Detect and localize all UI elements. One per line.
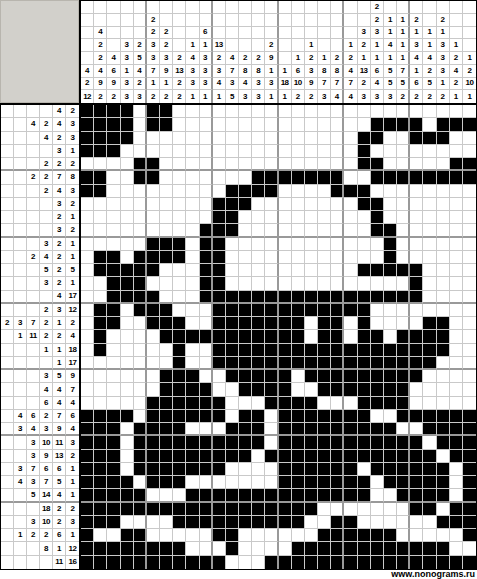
grid-cell[interactable] <box>410 489 423 502</box>
grid-cell[interactable] <box>213 463 226 476</box>
column-clue-cell[interactable]: 12 <box>81 90 94 103</box>
row-clue-cell[interactable]: 13 <box>53 450 66 463</box>
column-clue-cell[interactable] <box>318 39 331 52</box>
grid-cell[interactable] <box>305 516 318 529</box>
grid-cell[interactable] <box>305 277 318 290</box>
grid-cell[interactable] <box>134 357 147 370</box>
grid-cell[interactable] <box>450 542 463 555</box>
row-clue-cell[interactable]: 4 <box>27 118 40 131</box>
grid-cell[interactable] <box>107 450 120 463</box>
grid-cell[interactable] <box>265 277 278 290</box>
column-clue-cell[interactable]: 1 <box>265 65 278 78</box>
grid-cell[interactable] <box>94 330 107 343</box>
row-clue-cell[interactable]: 11 <box>53 556 66 569</box>
grid-cell[interactable] <box>331 264 344 277</box>
grid-cell[interactable] <box>213 529 226 542</box>
grid-cell[interactable] <box>94 397 107 410</box>
column-clue-cell[interactable]: 3 <box>305 65 318 78</box>
grid-cell[interactable] <box>437 344 450 357</box>
grid-cell[interactable] <box>147 397 160 410</box>
grid-cell[interactable] <box>318 423 331 436</box>
grid-cell[interactable] <box>463 171 476 184</box>
grid-cell[interactable] <box>397 185 410 198</box>
grid-cell[interactable] <box>186 264 199 277</box>
grid-cell[interactable] <box>265 542 278 555</box>
grid-cell[interactable] <box>279 397 292 410</box>
column-clue-cell[interactable] <box>173 27 186 40</box>
row-clue-cell[interactable] <box>27 370 40 383</box>
grid-cell[interactable] <box>239 211 252 224</box>
grid-cell[interactable] <box>279 317 292 330</box>
grid-cell[interactable] <box>81 357 94 370</box>
grid-cell[interactable] <box>239 450 252 463</box>
grid-cell[interactable] <box>252 410 265 423</box>
grid-cell[interactable] <box>331 145 344 158</box>
grid-cell[interactable] <box>358 397 371 410</box>
row-clue-cell[interactable]: 5 <box>40 264 53 277</box>
grid-cell[interactable] <box>305 436 318 449</box>
grid-cell[interactable] <box>344 542 357 555</box>
grid-cell[interactable] <box>397 423 410 436</box>
row-clue-cell[interactable] <box>14 291 27 304</box>
grid-cell[interactable] <box>107 463 120 476</box>
grid-cell[interactable] <box>331 436 344 449</box>
grid-cell[interactable] <box>305 450 318 463</box>
column-clue-cell[interactable] <box>305 14 318 27</box>
grid-cell[interactable] <box>358 463 371 476</box>
column-clue-cell[interactable] <box>318 27 331 40</box>
row-clue-cell[interactable]: 7 <box>53 410 66 423</box>
grid-cell[interactable] <box>344 291 357 304</box>
column-clue-cell[interactable] <box>121 27 134 40</box>
column-clue-cell[interactable] <box>81 27 94 40</box>
grid-cell[interactable] <box>423 118 436 131</box>
grid-cell[interactable] <box>173 489 186 502</box>
column-clue-cell[interactable] <box>279 1 292 14</box>
grid-cell[interactable] <box>318 516 331 529</box>
grid-cell[interactable] <box>450 145 463 158</box>
grid-cell[interactable] <box>397 410 410 423</box>
grid-cell[interactable] <box>121 251 134 264</box>
row-clue-cell[interactable] <box>1 224 14 237</box>
grid-cell[interactable] <box>160 171 173 184</box>
grid-cell[interactable] <box>331 410 344 423</box>
grid-cell[interactable] <box>200 436 213 449</box>
grid-cell[interactable] <box>450 383 463 396</box>
grid-cell[interactable] <box>81 304 94 317</box>
column-clue-cell[interactable]: 8 <box>239 65 252 78</box>
row-clue-cell[interactable] <box>1 503 14 516</box>
grid-cell[interactable] <box>252 370 265 383</box>
row-clue-cell[interactable]: 12 <box>66 542 79 555</box>
column-clue-cell[interactable]: 2 <box>450 78 463 91</box>
column-clue-cell[interactable]: 2 <box>107 90 120 103</box>
row-clue-cell[interactable]: 2 <box>66 503 79 516</box>
grid-cell[interactable] <box>226 542 239 555</box>
row-clue-cell[interactable] <box>1 105 14 118</box>
grid-cell[interactable] <box>450 463 463 476</box>
grid-cell[interactable] <box>265 556 278 569</box>
grid-cell[interactable] <box>358 118 371 131</box>
grid-cell[interactable] <box>305 397 318 410</box>
grid-cell[interactable] <box>239 105 252 118</box>
column-clue-cell[interactable]: 2 <box>94 39 107 52</box>
grid-cell[interactable] <box>397 556 410 569</box>
grid-cell[interactable] <box>147 238 160 251</box>
grid-cell[interactable] <box>279 383 292 396</box>
grid-cell[interactable] <box>397 516 410 529</box>
grid-cell[interactable] <box>305 238 318 251</box>
grid-cell[interactable] <box>121 145 134 158</box>
grid-cell[interactable] <box>265 304 278 317</box>
grid-cell[interactable] <box>410 185 423 198</box>
grid-cell[interactable] <box>450 251 463 264</box>
grid-cell[interactable] <box>463 264 476 277</box>
grid-cell[interactable] <box>173 145 186 158</box>
grid-cell[interactable] <box>239 238 252 251</box>
row-clue-cell[interactable]: 3 <box>40 370 53 383</box>
row-clue-cell[interactable] <box>1 542 14 555</box>
row-clue-cell[interactable] <box>27 224 40 237</box>
grid-cell[interactable] <box>384 304 397 317</box>
grid-cell[interactable] <box>384 118 397 131</box>
row-clue-cell[interactable] <box>27 556 40 569</box>
grid-cell[interactable] <box>371 503 384 516</box>
grid-cell[interactable] <box>173 118 186 131</box>
column-clue-cell[interactable]: 8 <box>331 65 344 78</box>
grid-cell[interactable] <box>292 529 305 542</box>
grid-cell[interactable] <box>213 277 226 290</box>
grid-cell[interactable] <box>318 291 331 304</box>
grid-cell[interactable] <box>279 211 292 224</box>
grid-cell[interactable] <box>318 185 331 198</box>
column-clue-cell[interactable]: 2 <box>358 39 371 52</box>
grid-cell[interactable] <box>450 185 463 198</box>
grid-cell[interactable] <box>94 251 107 264</box>
grid-cell[interactable] <box>344 118 357 131</box>
grid-cell[interactable] <box>107 304 120 317</box>
grid-cell[interactable] <box>305 251 318 264</box>
grid-cell[interactable] <box>147 556 160 569</box>
grid-cell[interactable] <box>410 370 423 383</box>
grid-cell[interactable] <box>358 304 371 317</box>
grid-cell[interactable] <box>81 118 94 131</box>
row-clue-cell[interactable] <box>14 171 27 184</box>
column-clue-cell[interactable] <box>239 39 252 52</box>
grid-cell[interactable] <box>279 251 292 264</box>
grid-cell[interactable] <box>423 463 436 476</box>
grid-cell[interactable] <box>358 330 371 343</box>
row-clue-cell[interactable] <box>1 291 14 304</box>
grid-cell[interactable] <box>423 489 436 502</box>
grid-cell[interactable] <box>94 489 107 502</box>
column-clue-cell[interactable]: 1 <box>186 90 199 103</box>
row-clue-cell[interactable]: 18 <box>40 503 53 516</box>
column-clue-cell[interactable] <box>318 1 331 14</box>
column-clue-cell[interactable] <box>173 14 186 27</box>
row-clue-cell[interactable] <box>1 397 14 410</box>
grid-cell[interactable] <box>147 370 160 383</box>
column-clue-cell[interactable]: 6 <box>107 65 120 78</box>
grid-cell[interactable] <box>331 357 344 370</box>
grid-cell[interactable] <box>107 489 120 502</box>
grid-cell[interactable] <box>331 132 344 145</box>
grid-cell[interactable] <box>292 171 305 184</box>
grid-cell[interactable] <box>292 291 305 304</box>
grid-cell[interactable] <box>437 171 450 184</box>
column-clue-cell[interactable] <box>107 14 120 27</box>
row-clue-cell[interactable] <box>14 370 27 383</box>
grid-cell[interactable] <box>121 436 134 449</box>
column-clue-cell[interactable] <box>186 14 199 27</box>
grid-cell[interactable] <box>121 503 134 516</box>
grid-cell[interactable] <box>252 383 265 396</box>
grid-cell[interactable] <box>134 344 147 357</box>
grid-cell[interactable] <box>397 158 410 171</box>
grid-cell[interactable] <box>279 105 292 118</box>
grid-cell[interactable] <box>173 291 186 304</box>
grid-cell[interactable] <box>200 264 213 277</box>
grid-cell[interactable] <box>134 542 147 555</box>
row-clue-cell[interactable]: 3 <box>14 423 27 436</box>
column-clue-cell[interactable]: 1 <box>384 14 397 27</box>
grid-cell[interactable] <box>358 145 371 158</box>
grid-cell[interactable] <box>186 185 199 198</box>
grid-cell[interactable] <box>252 516 265 529</box>
row-clue-cell[interactable]: 4 <box>66 397 79 410</box>
grid-cell[interactable] <box>423 317 436 330</box>
grid-cell[interactable] <box>292 105 305 118</box>
grid-cell[interactable] <box>292 132 305 145</box>
grid-cell[interactable] <box>344 330 357 343</box>
grid-cell[interactable] <box>213 304 226 317</box>
grid-cell[interactable] <box>371 516 384 529</box>
grid-cell[interactable] <box>331 330 344 343</box>
grid-cell[interactable] <box>252 489 265 502</box>
row-clue-cell[interactable]: 2 <box>40 185 53 198</box>
row-clue-cell[interactable]: 2 <box>40 304 53 317</box>
column-clue-cell[interactable] <box>107 39 120 52</box>
grid-cell[interactable] <box>160 357 173 370</box>
column-clue-cell[interactable]: 4 <box>331 90 344 103</box>
grid-cell[interactable] <box>160 489 173 502</box>
column-clue-cell[interactable]: 18 <box>279 78 292 91</box>
grid-cell[interactable] <box>252 277 265 290</box>
grid-cell[interactable] <box>94 344 107 357</box>
grid-cell[interactable] <box>384 317 397 330</box>
grid-cell[interactable] <box>279 224 292 237</box>
grid-cell[interactable] <box>397 357 410 370</box>
column-clue-cell[interactable] <box>107 1 120 14</box>
row-clue-cell[interactable]: 3 <box>27 436 40 449</box>
column-clue-cell[interactable]: 4 <box>94 65 107 78</box>
column-clue-cell[interactable] <box>173 1 186 14</box>
grid-cell[interactable] <box>239 436 252 449</box>
grid-cell[interactable] <box>107 185 120 198</box>
row-clue-cell[interactable]: 4 <box>53 291 66 304</box>
grid-cell[interactable] <box>437 542 450 555</box>
grid-cell[interactable] <box>437 423 450 436</box>
grid-cell[interactable] <box>331 489 344 502</box>
column-clue-cell[interactable]: 4 <box>94 27 107 40</box>
grid-cell[interactable] <box>292 344 305 357</box>
grid-cell[interactable] <box>121 277 134 290</box>
grid-cell[interactable] <box>81 370 94 383</box>
grid-cell[interactable] <box>371 410 384 423</box>
grid-cell[interactable] <box>305 145 318 158</box>
grid-cell[interactable] <box>200 224 213 237</box>
grid-cell[interactable] <box>318 211 331 224</box>
grid-cell[interactable] <box>331 251 344 264</box>
grid-cell[interactable] <box>226 185 239 198</box>
grid-cell[interactable] <box>252 224 265 237</box>
column-clue-cell[interactable]: 2 <box>410 90 423 103</box>
column-clue-cell[interactable] <box>213 27 226 40</box>
column-clue-cell[interactable] <box>318 14 331 27</box>
column-clue-cell[interactable]: 1 <box>450 90 463 103</box>
column-clue-cell[interactable]: 7 <box>397 65 410 78</box>
grid-cell[interactable] <box>81 158 94 171</box>
grid-cell[interactable] <box>437 357 450 370</box>
column-clue-cell[interactable]: 6 <box>292 65 305 78</box>
column-clue-cell[interactable] <box>450 1 463 14</box>
column-clue-cell[interactable]: 3 <box>134 90 147 103</box>
row-clue-cell[interactable]: 1 <box>53 317 66 330</box>
grid-cell[interactable] <box>239 198 252 211</box>
grid-cell[interactable] <box>410 450 423 463</box>
grid-cell[interactable] <box>450 118 463 131</box>
grid-cell[interactable] <box>147 304 160 317</box>
row-clue-cell[interactable]: 2 <box>40 118 53 131</box>
column-clue-cell[interactable] <box>331 39 344 52</box>
grid-cell[interactable] <box>450 489 463 502</box>
column-clue-cell[interactable] <box>305 1 318 14</box>
grid-cell[interactable] <box>200 370 213 383</box>
grid-cell[interactable] <box>252 317 265 330</box>
grid-cell[interactable] <box>318 503 331 516</box>
grid-cell[interactable] <box>121 344 134 357</box>
column-clue-cell[interactable]: 1 <box>463 52 476 65</box>
grid-cell[interactable] <box>121 291 134 304</box>
grid-cell[interactable] <box>213 330 226 343</box>
column-clue-cell[interactable] <box>160 1 173 14</box>
grid-cell[interactable] <box>147 224 160 237</box>
grid-cell[interactable] <box>463 436 476 449</box>
row-clue-cell[interactable]: 14 <box>40 489 53 502</box>
grid-cell[interactable] <box>410 105 423 118</box>
grid-cell[interactable] <box>318 436 331 449</box>
grid-cell[interactable] <box>397 264 410 277</box>
grid-cell[interactable] <box>292 516 305 529</box>
grid-cell[interactable] <box>134 436 147 449</box>
row-clue-cell[interactable]: 6 <box>53 463 66 476</box>
grid-cell[interactable] <box>160 291 173 304</box>
grid-cell[interactable] <box>226 397 239 410</box>
grid-cell[interactable] <box>437 370 450 383</box>
column-clue-cell[interactable] <box>344 14 357 27</box>
row-clue-cell[interactable] <box>1 436 14 449</box>
grid-cell[interactable] <box>397 317 410 330</box>
row-clue-cell[interactable] <box>1 489 14 502</box>
grid-cell[interactable] <box>147 450 160 463</box>
column-clue-cell[interactable]: 2 <box>134 78 147 91</box>
grid-cell[interactable] <box>305 476 318 489</box>
grid-cell[interactable] <box>292 264 305 277</box>
row-clue-cell[interactable] <box>27 198 40 211</box>
column-clue-cell[interactable]: 2 <box>94 52 107 65</box>
column-clue-cell[interactable]: 8 <box>252 65 265 78</box>
grid-cell[interactable] <box>265 397 278 410</box>
grid-cell[interactable] <box>226 516 239 529</box>
grid-cell[interactable] <box>200 503 213 516</box>
grid-cell[interactable] <box>344 171 357 184</box>
grid-cell[interactable] <box>252 105 265 118</box>
grid-cell[interactable] <box>331 118 344 131</box>
row-clue-cell[interactable] <box>1 410 14 423</box>
column-clue-cell[interactable] <box>252 14 265 27</box>
grid-cell[interactable] <box>331 185 344 198</box>
row-clue-cell[interactable]: 2 <box>66 105 79 118</box>
column-clue-cell[interactable]: 3 <box>318 90 331 103</box>
grid-cell[interactable] <box>134 224 147 237</box>
grid-cell[interactable] <box>265 410 278 423</box>
row-clue-cell[interactable] <box>1 171 14 184</box>
column-clue-cell[interactable]: 1 <box>463 90 476 103</box>
grid-cell[interactable] <box>344 317 357 330</box>
grid-cell[interactable] <box>265 330 278 343</box>
grid-cell[interactable] <box>252 132 265 145</box>
grid-cell[interactable] <box>160 529 173 542</box>
row-clue-cell[interactable] <box>40 357 53 370</box>
column-clue-cell[interactable]: 2 <box>147 27 160 40</box>
column-clue-cell[interactable] <box>279 52 292 65</box>
grid-cell[interactable] <box>450 198 463 211</box>
grid-cell[interactable] <box>81 132 94 145</box>
grid-cell[interactable] <box>437 556 450 569</box>
column-clue-cell[interactable]: 3 <box>213 65 226 78</box>
column-clue-cell[interactable]: 2 <box>331 52 344 65</box>
grid-cell[interactable] <box>463 344 476 357</box>
column-clue-cell[interactable]: 2 <box>410 14 423 27</box>
grid-cell[interactable] <box>410 211 423 224</box>
grid-cell[interactable] <box>344 251 357 264</box>
grid-cell[interactable] <box>437 198 450 211</box>
grid-cell[interactable] <box>239 251 252 264</box>
grid-cell[interactable] <box>94 211 107 224</box>
grid-cell[interactable] <box>292 238 305 251</box>
grid-cell[interactable] <box>134 238 147 251</box>
grid-cell[interactable] <box>423 556 436 569</box>
grid-cell[interactable] <box>292 370 305 383</box>
row-clue-cell[interactable] <box>14 450 27 463</box>
column-clue-cell[interactable]: 1 <box>265 90 278 103</box>
row-clue-cell[interactable]: 2 <box>53 330 66 343</box>
row-clue-cell[interactable]: 2 <box>40 158 53 171</box>
grid-cell[interactable] <box>423 145 436 158</box>
grid-cell[interactable] <box>160 145 173 158</box>
row-clue-cell[interactable]: 3 <box>27 450 40 463</box>
column-clue-cell[interactable] <box>213 1 226 14</box>
grid-cell[interactable] <box>358 476 371 489</box>
grid-cell[interactable] <box>371 397 384 410</box>
grid-cell[interactable] <box>200 132 213 145</box>
grid-cell[interactable] <box>226 423 239 436</box>
row-clue-cell[interactable]: 2 <box>27 529 40 542</box>
grid-cell[interactable] <box>121 330 134 343</box>
grid-cell[interactable] <box>358 264 371 277</box>
grid-cell[interactable] <box>200 463 213 476</box>
row-clue-cell[interactable]: 4 <box>53 105 66 118</box>
